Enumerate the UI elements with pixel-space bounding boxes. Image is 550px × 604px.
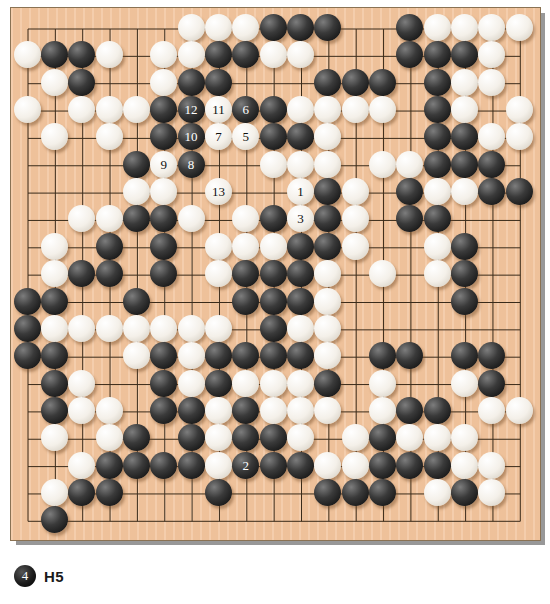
go-stone-K6[interactable] bbox=[260, 370, 287, 397]
go-stone-C6[interactable] bbox=[68, 370, 95, 397]
go-stone-N4[interactable] bbox=[342, 424, 369, 451]
go-stone-H13[interactable]: 13 bbox=[205, 178, 232, 205]
go-stone-Q16[interactable] bbox=[424, 96, 451, 123]
go-stone-K7[interactable] bbox=[260, 342, 287, 369]
go-stone-P14[interactable] bbox=[396, 151, 423, 178]
go-stone-F14[interactable]: 9 bbox=[150, 151, 177, 178]
go-stone-O3[interactable] bbox=[369, 452, 396, 479]
go-stone-M6[interactable] bbox=[314, 370, 341, 397]
go-stone-Q4[interactable] bbox=[424, 424, 451, 451]
go-stone-E9[interactable] bbox=[123, 288, 150, 315]
go-stone-B9[interactable] bbox=[41, 288, 68, 315]
go-stone-H11[interactable] bbox=[205, 233, 232, 260]
move-number-label: 9 bbox=[161, 151, 168, 178]
move-number-label: 2 bbox=[243, 452, 250, 479]
go-stone-E7[interactable] bbox=[123, 342, 150, 369]
go-stone-T15[interactable] bbox=[506, 123, 533, 150]
go-stone-L16[interactable] bbox=[287, 96, 314, 123]
move-number-label: 3 bbox=[297, 205, 304, 232]
go-stone-Q19[interactable] bbox=[424, 14, 451, 41]
go-stone-B2[interactable] bbox=[41, 479, 68, 506]
go-stone-K12[interactable] bbox=[260, 205, 287, 232]
go-stone-Q12[interactable] bbox=[424, 205, 451, 232]
go-stone-E4[interactable] bbox=[123, 424, 150, 451]
go-stone-R17[interactable] bbox=[451, 69, 478, 96]
go-stone-H16[interactable]: 11 bbox=[205, 96, 232, 123]
move-number-label: 8 bbox=[188, 151, 195, 178]
go-stone-D3[interactable] bbox=[96, 452, 123, 479]
go-stone-O10[interactable] bbox=[369, 260, 396, 287]
go-stone-O5[interactable] bbox=[369, 397, 396, 424]
go-stone-L10[interactable] bbox=[287, 260, 314, 287]
go-stone-K3[interactable] bbox=[260, 452, 287, 479]
go-stone-B1[interactable] bbox=[41, 506, 68, 533]
go-stone-H8[interactable] bbox=[205, 315, 232, 342]
go-stone-G5[interactable] bbox=[178, 397, 205, 424]
go-stone-K8[interactable] bbox=[260, 315, 287, 342]
move-4-location: H5 bbox=[44, 568, 64, 585]
go-stone-C2[interactable] bbox=[68, 479, 95, 506]
go-stone-Q3[interactable] bbox=[424, 452, 451, 479]
go-stone-H3[interactable] bbox=[205, 452, 232, 479]
go-stone-N3[interactable] bbox=[342, 452, 369, 479]
go-stone-S14[interactable] bbox=[478, 151, 505, 178]
go-stone-D2[interactable] bbox=[96, 479, 123, 506]
go-stone-G3[interactable] bbox=[178, 452, 205, 479]
go-stone-Q2[interactable] bbox=[424, 479, 451, 506]
go-stone-A9[interactable] bbox=[14, 288, 41, 315]
go-stone-K10[interactable] bbox=[260, 260, 287, 287]
go-stone-K9[interactable] bbox=[260, 288, 287, 315]
go-stone-J3[interactable]: 2 bbox=[232, 452, 259, 479]
go-stone-M17[interactable] bbox=[314, 69, 341, 96]
go-stone-H10[interactable] bbox=[205, 260, 232, 287]
go-stone-S6[interactable] bbox=[478, 370, 505, 397]
go-stone-Q5[interactable] bbox=[424, 397, 451, 424]
go-stone-H2[interactable] bbox=[205, 479, 232, 506]
go-stone-F6[interactable] bbox=[150, 370, 177, 397]
go-stone-R6[interactable] bbox=[451, 370, 478, 397]
go-stone-L5[interactable] bbox=[287, 397, 314, 424]
go-stone-L6[interactable] bbox=[287, 370, 314, 397]
go-stone-F17[interactable] bbox=[150, 69, 177, 96]
go-stone-D10[interactable] bbox=[96, 260, 123, 287]
go-stone-T13[interactable] bbox=[506, 178, 533, 205]
go-stone-R9[interactable] bbox=[451, 288, 478, 315]
go-stone-D16[interactable] bbox=[96, 96, 123, 123]
move-4-black-stone-icon: 4 bbox=[14, 565, 36, 587]
go-stone-L13[interactable]: 1 bbox=[287, 178, 314, 205]
go-stone-D18[interactable] bbox=[96, 41, 123, 68]
move-number-label: 12 bbox=[185, 96, 198, 123]
go-stone-G6[interactable] bbox=[178, 370, 205, 397]
go-stone-N16[interactable] bbox=[342, 96, 369, 123]
go-stone-B7[interactable] bbox=[41, 342, 68, 369]
go-stone-B10[interactable] bbox=[41, 260, 68, 287]
go-stone-N13[interactable] bbox=[342, 178, 369, 205]
go-stone-E13[interactable] bbox=[123, 178, 150, 205]
go-stone-K14[interactable] bbox=[260, 151, 287, 178]
go-stone-H7[interactable] bbox=[205, 342, 232, 369]
go-stone-R13[interactable] bbox=[451, 178, 478, 205]
go-stone-M9[interactable] bbox=[314, 288, 341, 315]
go-stone-B8[interactable] bbox=[41, 315, 68, 342]
go-stone-O2[interactable] bbox=[369, 479, 396, 506]
go-stone-B11[interactable] bbox=[41, 233, 68, 260]
go-stone-K19[interactable] bbox=[260, 14, 287, 41]
go-stone-K15[interactable] bbox=[260, 123, 287, 150]
go-stone-D11[interactable] bbox=[96, 233, 123, 260]
go-stone-G18[interactable] bbox=[178, 41, 205, 68]
go-stone-A7[interactable] bbox=[14, 342, 41, 369]
go-stone-G8[interactable] bbox=[178, 315, 205, 342]
go-stone-C8[interactable] bbox=[68, 315, 95, 342]
go-stone-D5[interactable] bbox=[96, 397, 123, 424]
go-stone-A8[interactable] bbox=[14, 315, 41, 342]
go-stone-R11[interactable] bbox=[451, 233, 478, 260]
go-stone-E8[interactable] bbox=[123, 315, 150, 342]
go-stone-K11[interactable] bbox=[260, 233, 287, 260]
go-stone-F11[interactable] bbox=[150, 233, 177, 260]
move-number-label: 11 bbox=[212, 96, 225, 123]
go-stone-H5[interactable] bbox=[205, 397, 232, 424]
move-4-number: 4 bbox=[22, 565, 29, 587]
go-stone-R16[interactable] bbox=[451, 96, 478, 123]
go-stone-O17[interactable] bbox=[369, 69, 396, 96]
go-stone-D8[interactable] bbox=[96, 315, 123, 342]
go-stone-H19[interactable] bbox=[205, 14, 232, 41]
go-stone-R3[interactable] bbox=[451, 452, 478, 479]
go-stone-B17[interactable] bbox=[41, 69, 68, 96]
go-stone-B6[interactable] bbox=[41, 370, 68, 397]
go-stone-K16[interactable] bbox=[260, 96, 287, 123]
go-stone-Q13[interactable] bbox=[424, 178, 451, 205]
go-stone-J9[interactable] bbox=[232, 288, 259, 315]
go-stone-H17[interactable] bbox=[205, 69, 232, 96]
go-stone-B5[interactable] bbox=[41, 397, 68, 424]
go-stone-L9[interactable] bbox=[287, 288, 314, 315]
go-stone-D4[interactable] bbox=[96, 424, 123, 451]
go-stone-Q14[interactable] bbox=[424, 151, 451, 178]
go-stone-L19[interactable] bbox=[287, 14, 314, 41]
go-stone-R14[interactable] bbox=[451, 151, 478, 178]
go-stone-B4[interactable] bbox=[41, 424, 68, 451]
go-stone-O6[interactable] bbox=[369, 370, 396, 397]
go-stone-S3[interactable] bbox=[478, 452, 505, 479]
go-stone-M3[interactable] bbox=[314, 452, 341, 479]
go-stone-M8[interactable] bbox=[314, 315, 341, 342]
go-stone-Q15[interactable] bbox=[424, 123, 451, 150]
go-stone-L8[interactable] bbox=[287, 315, 314, 342]
go-stone-K5[interactable] bbox=[260, 397, 287, 424]
move-number-label: 7 bbox=[215, 123, 222, 150]
move-number-label: 1 bbox=[297, 178, 304, 205]
go-stone-N2[interactable] bbox=[342, 479, 369, 506]
go-stone-N17[interactable] bbox=[342, 69, 369, 96]
go-stone-S17[interactable] bbox=[478, 69, 505, 96]
go-stone-G19[interactable] bbox=[178, 14, 205, 41]
go-stone-L7[interactable] bbox=[287, 342, 314, 369]
go-stone-M11[interactable] bbox=[314, 233, 341, 260]
go-stone-G4[interactable] bbox=[178, 424, 205, 451]
go-stone-Q11[interactable] bbox=[424, 233, 451, 260]
go-stone-Q10[interactable] bbox=[424, 260, 451, 287]
go-stone-F8[interactable] bbox=[150, 315, 177, 342]
go-stone-T5[interactable] bbox=[506, 397, 533, 424]
move-caption: 4 H5 bbox=[14, 564, 64, 588]
go-stone-R19[interactable] bbox=[451, 14, 478, 41]
go-stone-G14[interactable]: 8 bbox=[178, 151, 205, 178]
go-stone-G17[interactable] bbox=[178, 69, 205, 96]
go-stone-E16[interactable] bbox=[123, 96, 150, 123]
go-stone-F3[interactable] bbox=[150, 452, 177, 479]
go-stone-L11[interactable] bbox=[287, 233, 314, 260]
go-stone-J11[interactable] bbox=[232, 233, 259, 260]
go-stone-H6[interactable] bbox=[205, 370, 232, 397]
go-stone-Q18[interactable] bbox=[424, 41, 451, 68]
go-stone-K4[interactable] bbox=[260, 424, 287, 451]
move-number-label: 6 bbox=[243, 96, 250, 123]
go-stone-H4[interactable] bbox=[205, 424, 232, 451]
go-stone-L14[interactable] bbox=[287, 151, 314, 178]
go-stone-B18[interactable] bbox=[41, 41, 68, 68]
go-board[interactable]: 1211610759813132 bbox=[10, 7, 541, 541]
go-stone-A16[interactable] bbox=[14, 96, 41, 123]
go-stone-Q17[interactable] bbox=[424, 69, 451, 96]
go-stone-C3[interactable] bbox=[68, 452, 95, 479]
go-stone-M14[interactable] bbox=[314, 151, 341, 178]
go-stone-L3[interactable] bbox=[287, 452, 314, 479]
move-number-label: 13 bbox=[212, 178, 225, 205]
move-number-label: 10 bbox=[185, 123, 198, 150]
go-stone-J6[interactable] bbox=[232, 370, 259, 397]
go-stone-G16[interactable]: 12 bbox=[178, 96, 205, 123]
go-stone-C17[interactable] bbox=[68, 69, 95, 96]
go-stone-F5[interactable] bbox=[150, 397, 177, 424]
go-stone-N12[interactable] bbox=[342, 205, 369, 232]
go-stone-G7[interactable] bbox=[178, 342, 205, 369]
go-stone-G15[interactable]: 10 bbox=[178, 123, 205, 150]
move-number-label: 5 bbox=[243, 123, 250, 150]
go-stone-D15[interactable] bbox=[96, 123, 123, 150]
go-stone-A18[interactable] bbox=[14, 41, 41, 68]
go-stone-O14[interactable] bbox=[369, 151, 396, 178]
go-stone-T16[interactable] bbox=[506, 96, 533, 123]
go-stone-D12[interactable] bbox=[96, 205, 123, 232]
go-stone-E14[interactable] bbox=[123, 151, 150, 178]
go-stone-E3[interactable] bbox=[123, 452, 150, 479]
go-stone-C5[interactable] bbox=[68, 397, 95, 424]
go-stone-T19[interactable] bbox=[506, 14, 533, 41]
go-stone-G12[interactable] bbox=[178, 205, 205, 232]
go-stone-N11[interactable] bbox=[342, 233, 369, 260]
go-stone-K18[interactable] bbox=[260, 41, 287, 68]
go-stone-O16[interactable] bbox=[369, 96, 396, 123]
go-stone-R2[interactable] bbox=[451, 479, 478, 506]
go-stone-J5[interactable] bbox=[232, 397, 259, 424]
go-stone-P3[interactable] bbox=[396, 452, 423, 479]
